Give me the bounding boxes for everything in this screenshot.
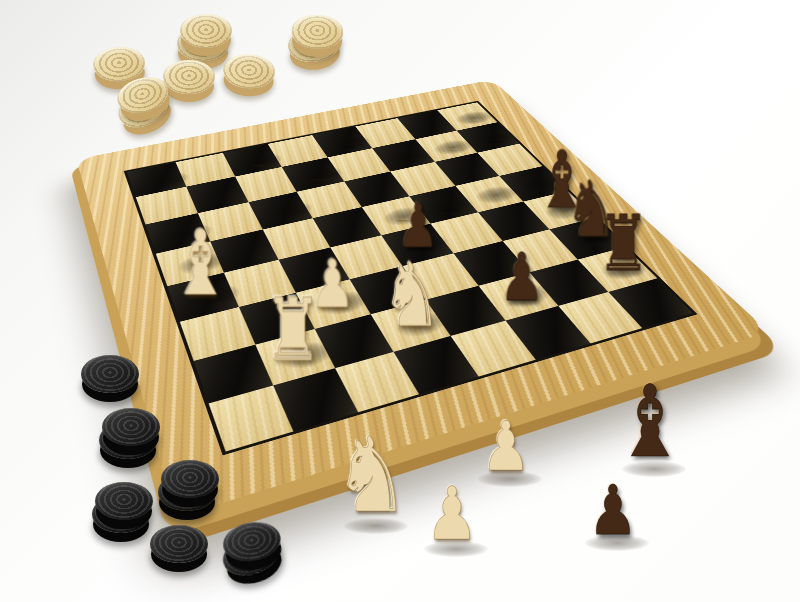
product-photo-scene: ♜♟♟♜♟♟♞♟♛♝♚♟♟♛♚♝♟♝♟♞♜♞♟♜ ♞♟♟♝♟ [0,0,800,602]
light-checker-disc[interactable] [180,14,232,48]
dark-bishop-icon: ♝ [614,372,686,471]
dark-checker-disc[interactable] [150,525,208,563]
white-bishop-icon: ♝ [253,142,306,221]
dark-pawn-icon: ♟ [499,244,544,310]
dark-pawn-icon: ♟ [385,113,420,166]
light-checker-disc[interactable] [163,60,215,94]
dark-rook-icon: ♜ [597,205,649,282]
white-bishop-icon: ♝ [170,220,231,310]
dark-checker-disc[interactable] [161,460,219,498]
white-rook-icon: ♜ [263,287,322,374]
white-pawn-icon: ♟ [481,413,530,481]
dark-checker-disc[interactable] [102,408,160,446]
white-knight-icon: ♞ [335,424,410,528]
dark-pawn-icon: ♟ [588,477,637,545]
dark-checker-disc[interactable] [95,482,153,520]
white-knight-icon: ♞ [381,252,441,341]
dark-queen-icon: ♛ [459,110,522,204]
dark-checker-disc[interactable] [81,355,139,393]
white-pawn-icon: ♟ [426,478,479,551]
